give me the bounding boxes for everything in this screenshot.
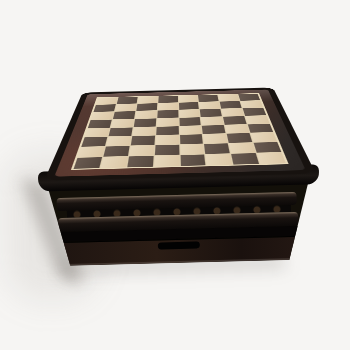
board-square <box>248 124 273 133</box>
chess-box-scene <box>0 0 350 350</box>
board-square <box>201 117 224 126</box>
board-square <box>103 146 129 157</box>
board-square <box>134 118 156 127</box>
board-square <box>91 112 114 120</box>
board-square <box>111 119 134 128</box>
board-square <box>180 155 206 166</box>
board-square <box>202 125 226 134</box>
board-square <box>78 147 105 158</box>
board-square <box>179 109 200 117</box>
board-square <box>223 116 247 124</box>
board-square <box>225 124 250 133</box>
board-square <box>200 109 222 117</box>
board-square <box>108 127 132 136</box>
board-square <box>154 155 180 166</box>
board-square <box>227 133 253 143</box>
board-square <box>203 134 228 144</box>
board-square <box>132 127 155 136</box>
board-square <box>157 110 178 118</box>
board-square <box>206 154 233 165</box>
board-square <box>81 137 107 147</box>
drawer-handle-slot <box>158 241 200 249</box>
board-square <box>85 128 110 137</box>
board-top <box>44 87 316 180</box>
board-square <box>243 108 266 116</box>
board-square <box>127 156 153 168</box>
board-square <box>245 115 269 123</box>
chessboard-grid <box>71 93 289 170</box>
board-square <box>229 143 256 154</box>
board-square <box>156 118 178 127</box>
board-square <box>179 125 202 134</box>
board-square <box>179 134 203 144</box>
board-square <box>113 111 135 119</box>
board-square <box>155 135 179 145</box>
board-square <box>106 136 131 146</box>
board-square <box>251 133 277 143</box>
board-square <box>179 117 201 126</box>
box-body <box>40 182 318 266</box>
board-square <box>254 142 282 153</box>
board-square <box>204 143 230 154</box>
board-square <box>221 108 244 116</box>
board-square <box>231 153 259 164</box>
board-square <box>74 157 102 169</box>
board-square <box>88 119 112 128</box>
board-square <box>135 111 157 119</box>
board-square <box>100 157 127 169</box>
board-square <box>156 126 179 135</box>
board-square <box>180 144 205 155</box>
board-square <box>154 145 178 156</box>
chess-box <box>0 0 350 350</box>
board-square <box>129 145 154 156</box>
board-square <box>257 153 286 164</box>
board-square <box>130 136 154 146</box>
photo-background <box>0 0 350 350</box>
